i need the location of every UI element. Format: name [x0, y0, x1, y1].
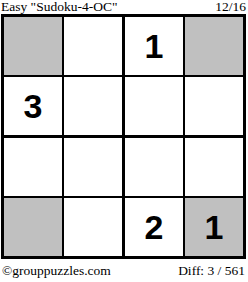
cell-r3c2[interactable]	[64, 138, 122, 196]
cell-r1c4[interactable]	[185, 17, 243, 75]
cell-r4c3[interactable]: 2	[125, 198, 183, 256]
cell-r2c3[interactable]	[125, 77, 183, 135]
difficulty-text: Diff: 3 / 561	[178, 263, 245, 278]
sudoku-board: 3121	[1, 14, 246, 259]
cell-r4c2[interactable]	[64, 198, 122, 256]
cell-progress: 12/16	[215, 0, 246, 14]
cell-r3c4[interactable]	[185, 138, 243, 196]
cell-r1c3[interactable]: 1	[125, 17, 183, 75]
copyright-text: ©grouppuzzles.com	[2, 263, 111, 278]
puzzle-page: Easy "Sudoku-4-OC" 12/16 3121 ©grouppuzz…	[0, 0, 248, 282]
cell-r3c3[interactable]	[125, 138, 183, 196]
box-3	[4, 138, 122, 256]
cell-r2c4[interactable]	[185, 77, 243, 135]
box-2: 1	[125, 17, 243, 135]
cell-r4c4[interactable]: 1	[185, 198, 243, 256]
puzzle-header: Easy "Sudoku-4-OC" 12/16	[0, 0, 248, 14]
cell-r2c2[interactable]	[64, 77, 122, 135]
box-1: 3	[4, 17, 122, 135]
cell-r1c2[interactable]	[64, 17, 122, 75]
box-4: 21	[125, 138, 243, 256]
cell-r1c1[interactable]	[4, 17, 62, 75]
puzzle-footer: ©grouppuzzles.com Diff: 3 / 561	[0, 263, 248, 278]
puzzle-title: Easy "Sudoku-4-OC"	[1, 0, 117, 14]
cell-r2c1[interactable]: 3	[4, 77, 62, 135]
cell-r4c1[interactable]	[4, 198, 62, 256]
cell-r3c1[interactable]	[4, 138, 62, 196]
